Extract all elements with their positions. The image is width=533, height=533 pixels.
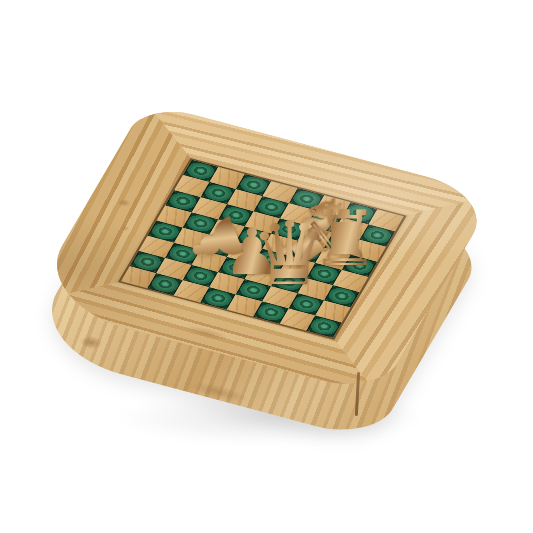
piece-queen-f3[interactable]: ♛ [250, 209, 329, 297]
chessboard-product-photo: ♟♟♛♜♞♜ [0, 0, 533, 533]
pieces-layer: ♟♟♛♜♞♜ [0, 0, 533, 533]
